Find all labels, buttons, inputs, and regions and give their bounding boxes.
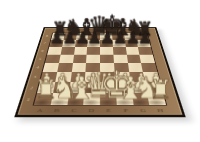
chess-board: ABCDEFGH 87654321 ♜♞♝♛♚♝♞♜♟♟♟♟♟♟♟♟♟♟♟♟♟♟… [14, 27, 186, 117]
perspective-container: ABCDEFGH 87654321 ♜♞♝♛♚♝♞♜♟♟♟♟♟♟♟♟♟♟♟♟♟♟… [0, 0, 200, 142]
piece-white-queen-d1[interactable]: ♛ [84, 69, 100, 104]
piece-white-bishop-f1[interactable]: ♝ [116, 72, 132, 103]
piece-black-pawn-f7[interactable]: ♟ [113, 30, 126, 47]
chess-scene: ABCDEFGH 87654321 ♜♞♝♛♚♝♞♜♟♟♟♟♟♟♟♟♟♟♟♟♟♟… [0, 0, 200, 142]
piece-black-pawn-b7[interactable]: ♟ [62, 30, 75, 47]
piece-black-pawn-c7[interactable]: ♟ [75, 30, 88, 47]
piece-white-king-e1[interactable]: ♚ [100, 66, 116, 103]
piece-black-pawn-d7[interactable]: ♟ [87, 30, 100, 47]
piece-black-pawn-g7[interactable]: ♟ [125, 30, 138, 47]
piece-white-rook-h1[interactable]: ♜ [149, 77, 165, 103]
piece-black-pawn-h7[interactable]: ♟ [138, 30, 151, 47]
piece-white-knight-b1[interactable]: ♞ [51, 74, 67, 104]
piece-white-rook-a1[interactable]: ♜ [34, 77, 50, 103]
piece-black-pawn-e7[interactable]: ♟ [100, 30, 113, 47]
rank-label-7: 7 [39, 39, 50, 46]
piece-white-bishop-c1[interactable]: ♝ [67, 72, 83, 103]
rank-label-8: 8 [41, 33, 52, 40]
piece-white-knight-g1[interactable]: ♞ [133, 74, 149, 104]
